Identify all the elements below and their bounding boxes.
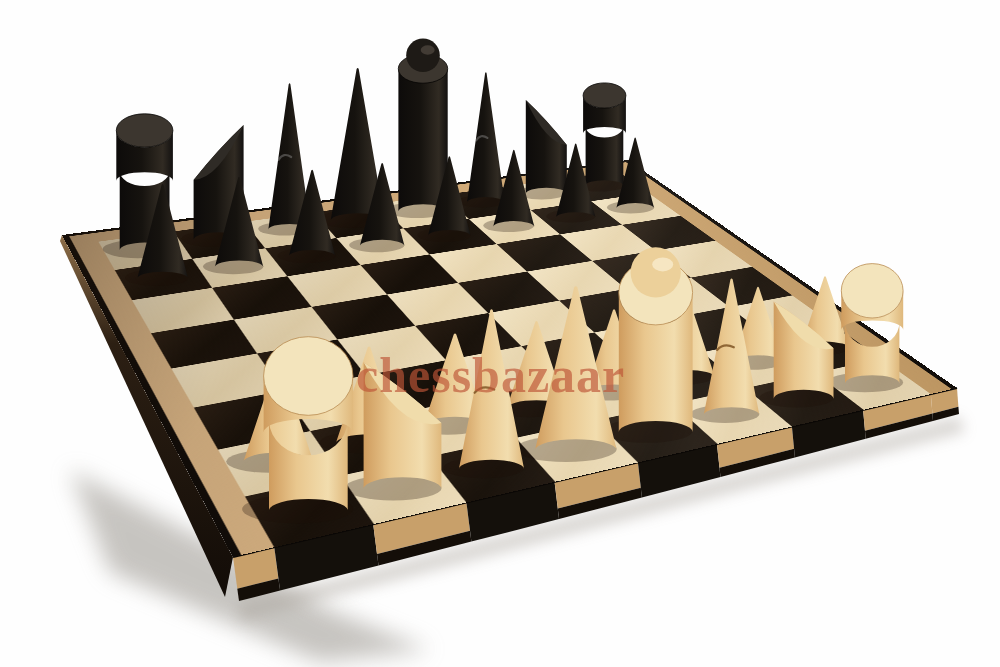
product-photo-scene: chessbazaar — [0, 0, 1000, 667]
